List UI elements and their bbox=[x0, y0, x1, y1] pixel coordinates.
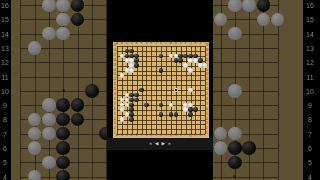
hoshi-point bbox=[161, 90, 162, 91]
black-stone-D6 bbox=[56, 141, 70, 155]
white-stone-P6 bbox=[183, 107, 188, 112]
white-stone-P15 bbox=[183, 63, 188, 68]
white-stone-C9 bbox=[42, 98, 56, 112]
white-stone-C5 bbox=[42, 156, 56, 170]
black-stone-D17 bbox=[129, 54, 134, 59]
row-number-label: 2 bbox=[206, 128, 207, 131]
row-number-label: 11 bbox=[306, 73, 313, 80]
row-number-label: 17 bbox=[113, 55, 116, 58]
white-stone-C16 bbox=[125, 58, 130, 63]
row-number-label: 16 bbox=[306, 2, 314, 9]
row-number-label: 4 bbox=[206, 118, 207, 121]
white-stone-D15 bbox=[129, 63, 134, 68]
black-stone-N16 bbox=[174, 58, 179, 63]
row-number-label: 9 bbox=[3, 102, 7, 109]
black-stone-D18 bbox=[129, 49, 134, 54]
black-stone-C17 bbox=[125, 54, 130, 59]
row-number-label: 6 bbox=[206, 108, 207, 111]
row-number-label: 5 bbox=[3, 159, 7, 166]
white-stone-C8 bbox=[42, 113, 56, 127]
row-number-label: 8 bbox=[308, 116, 312, 123]
black-stone-E9 bbox=[134, 93, 139, 98]
row-number-label: 14 bbox=[113, 69, 116, 72]
column-letter-label: S bbox=[199, 43, 201, 46]
last-move-marker bbox=[175, 89, 177, 91]
black-stone-D9 bbox=[56, 98, 70, 112]
row-number-label: 10 bbox=[306, 87, 314, 94]
white-stone-S15 bbox=[198, 63, 203, 68]
black-stone-D8 bbox=[56, 113, 70, 127]
row-number-label: 16 bbox=[113, 59, 116, 62]
row-number-label: 9 bbox=[308, 102, 312, 109]
white-stone-Q10 bbox=[228, 84, 242, 98]
white-stone-C14 bbox=[42, 27, 56, 41]
white-stone-R16 bbox=[242, 0, 256, 12]
transport-control-3[interactable]: » bbox=[168, 142, 171, 147]
row-number-label: 6 bbox=[308, 145, 312, 152]
black-stone-D5 bbox=[56, 156, 70, 170]
row-number-label: 7 bbox=[3, 130, 7, 137]
row-number-label: 11 bbox=[1, 73, 8, 80]
black-stone-S16 bbox=[198, 58, 203, 63]
row-number-label: 10 bbox=[206, 89, 209, 92]
column-letter-label: M bbox=[170, 43, 172, 46]
row-number-label: 18 bbox=[206, 50, 209, 53]
column-letter-label: L bbox=[165, 43, 166, 46]
column-letter-label: B bbox=[121, 43, 123, 46]
row-number-label: 15 bbox=[1, 16, 9, 23]
row-number-label: 13 bbox=[206, 74, 209, 77]
row-number-label: 16 bbox=[206, 59, 209, 62]
hoshi-point bbox=[161, 119, 162, 120]
row-number-label: 8 bbox=[206, 99, 207, 102]
black-stone-O17 bbox=[178, 54, 183, 59]
row-number-label: 13 bbox=[1, 44, 9, 51]
white-stone-C16 bbox=[42, 0, 56, 12]
column-letter-label: P bbox=[185, 43, 187, 46]
black-stone-E8 bbox=[134, 98, 139, 103]
black-stone-D4 bbox=[56, 170, 70, 180]
grid-line bbox=[117, 129, 205, 130]
row-number-label: 3 bbox=[114, 123, 115, 126]
column-letter-label: O bbox=[180, 43, 182, 46]
row-number-label: 10 bbox=[113, 89, 116, 92]
row-number-label: 7 bbox=[206, 104, 207, 107]
white-stone-B4 bbox=[28, 170, 42, 180]
black-stone-F10 bbox=[85, 84, 99, 98]
white-stone-Q7 bbox=[188, 103, 193, 108]
black-stone-E9 bbox=[71, 98, 85, 112]
grid-line bbox=[166, 46, 167, 134]
white-stone-Q14 bbox=[188, 68, 193, 73]
video-control-bar[interactable]: «◀▶» bbox=[107, 138, 213, 151]
column-letter-label: F bbox=[141, 43, 143, 46]
white-stone-C14 bbox=[125, 68, 130, 73]
row-number-label: 11 bbox=[113, 84, 116, 87]
white-stone-C7 bbox=[125, 103, 130, 108]
grid-line bbox=[263, 0, 264, 180]
black-stone-N5 bbox=[174, 112, 179, 117]
column-letter-label: R bbox=[194, 43, 196, 46]
white-stone-B13 bbox=[28, 41, 42, 55]
white-stone-Q16 bbox=[188, 58, 193, 63]
black-stone-E17 bbox=[134, 54, 139, 59]
white-stone-Q16 bbox=[228, 0, 242, 12]
grid-line bbox=[186, 46, 187, 134]
row-number-label: 12 bbox=[306, 59, 314, 66]
white-stone-C7 bbox=[42, 127, 56, 141]
row-number-label: 19 bbox=[206, 45, 209, 48]
transport-control-0[interactable]: « bbox=[150, 142, 153, 147]
row-number-label: 5 bbox=[114, 113, 115, 116]
row-number-label: 7 bbox=[114, 104, 115, 107]
white-stone-D16 bbox=[129, 58, 134, 63]
row-number-label: 1 bbox=[206, 133, 207, 136]
row-number-label: 14 bbox=[1, 30, 9, 37]
grid-line bbox=[171, 46, 172, 134]
column-letter-label: E bbox=[136, 43, 138, 46]
column-letter-label: J bbox=[156, 43, 157, 46]
video-panel[interactable]: 1122334455667788991010111112121313141415… bbox=[107, 42, 213, 150]
white-stone-P6 bbox=[214, 141, 228, 155]
white-stone-N17 bbox=[174, 54, 179, 59]
white-stone-S15 bbox=[257, 13, 271, 27]
row-number-label: 8 bbox=[114, 99, 115, 102]
row-number-label: 8 bbox=[3, 116, 7, 123]
column-letter-label: A bbox=[116, 43, 118, 46]
white-stone-B4 bbox=[120, 117, 125, 122]
white-stone-R16 bbox=[193, 58, 198, 63]
row-number-label: 6 bbox=[114, 108, 115, 111]
white-stone-D14 bbox=[129, 68, 134, 73]
black-stone-E15 bbox=[134, 63, 139, 68]
black-stone-Q17 bbox=[188, 54, 193, 59]
black-stone-Q6 bbox=[228, 141, 242, 155]
row-number-label: 9 bbox=[206, 94, 207, 97]
black-stone-D8 bbox=[129, 98, 134, 103]
white-stone-C5 bbox=[125, 112, 130, 117]
letterbox-bottom bbox=[107, 150, 213, 180]
row-number-label: 10 bbox=[1, 87, 9, 94]
black-stone-Q5 bbox=[188, 112, 193, 117]
black-stone-E16 bbox=[134, 58, 139, 63]
column-letter-label: D bbox=[131, 43, 133, 46]
black-stone-R17 bbox=[193, 54, 198, 59]
row-number-label: 2 bbox=[114, 128, 115, 131]
row-number-label: 4 bbox=[114, 118, 115, 121]
row-number-label: 4 bbox=[308, 173, 312, 180]
white-stone-B6 bbox=[28, 141, 42, 155]
grid-line bbox=[278, 0, 279, 180]
white-stone-D16 bbox=[56, 0, 70, 12]
black-stone-D4 bbox=[129, 117, 134, 122]
letterbox-top bbox=[107, 0, 213, 42]
row-number-label: 5 bbox=[308, 159, 312, 166]
row-number-label: 14 bbox=[206, 69, 209, 72]
white-stone-Q7 bbox=[228, 127, 242, 141]
white-stone-P7 bbox=[183, 103, 188, 108]
white-stone-Q14 bbox=[228, 27, 242, 41]
grid-line bbox=[117, 124, 205, 125]
column-letter-label: T bbox=[204, 43, 206, 46]
black-stone-Q6 bbox=[188, 107, 193, 112]
black-stone-S16 bbox=[257, 0, 271, 12]
row-number-label: 12 bbox=[1, 59, 9, 66]
black-stone-G7 bbox=[144, 103, 149, 108]
black-stone-R6 bbox=[193, 107, 198, 112]
row-number-label: 3 bbox=[206, 123, 207, 126]
column-letter-label: H bbox=[150, 43, 152, 46]
black-stone-M5 bbox=[169, 112, 174, 117]
row-number-label: 18 bbox=[113, 50, 116, 53]
black-stone-D5 bbox=[129, 112, 134, 117]
row-number-label: 5 bbox=[206, 113, 207, 116]
column-letter-label: N bbox=[175, 43, 177, 46]
row-number-label: 13 bbox=[113, 74, 116, 77]
column-letter-label: K bbox=[160, 43, 162, 46]
row-number-label: 15 bbox=[306, 16, 314, 23]
black-stone-P17 bbox=[183, 54, 188, 59]
white-stone-D15 bbox=[56, 13, 70, 27]
row-number-label: 14 bbox=[306, 30, 314, 37]
row-number-label: 6 bbox=[3, 145, 7, 152]
screen: 1122334455667788991010111112121313141415… bbox=[0, 0, 320, 180]
row-number-label: 17 bbox=[206, 55, 209, 58]
transport-control-2[interactable]: ▶ bbox=[162, 142, 165, 147]
row-number-label: 7 bbox=[308, 130, 312, 137]
row-number-label: 13 bbox=[306, 44, 314, 51]
white-stone-B13 bbox=[120, 73, 125, 78]
row-number-label: 15 bbox=[113, 64, 116, 67]
black-stone-O16 bbox=[178, 58, 183, 63]
column-letter-label: C bbox=[126, 43, 128, 46]
column-letter-label: Q bbox=[189, 43, 191, 46]
row-number-label: 12 bbox=[206, 79, 209, 82]
black-stone-D6 bbox=[129, 107, 134, 112]
column-letter-label: G bbox=[145, 43, 147, 46]
black-stone-Q5 bbox=[228, 156, 242, 170]
row-number-label: 4 bbox=[3, 173, 7, 180]
row-number-label: 11 bbox=[206, 84, 209, 87]
black-stone-R6 bbox=[242, 141, 256, 155]
transport-control-1[interactable]: ◀ bbox=[155, 142, 158, 147]
black-stone-D7 bbox=[129, 103, 134, 108]
row-number-label: 12 bbox=[113, 79, 116, 82]
white-stone-B6 bbox=[120, 107, 125, 112]
row-number-label: 9 bbox=[114, 94, 115, 97]
row-number-label: 16 bbox=[1, 2, 9, 9]
